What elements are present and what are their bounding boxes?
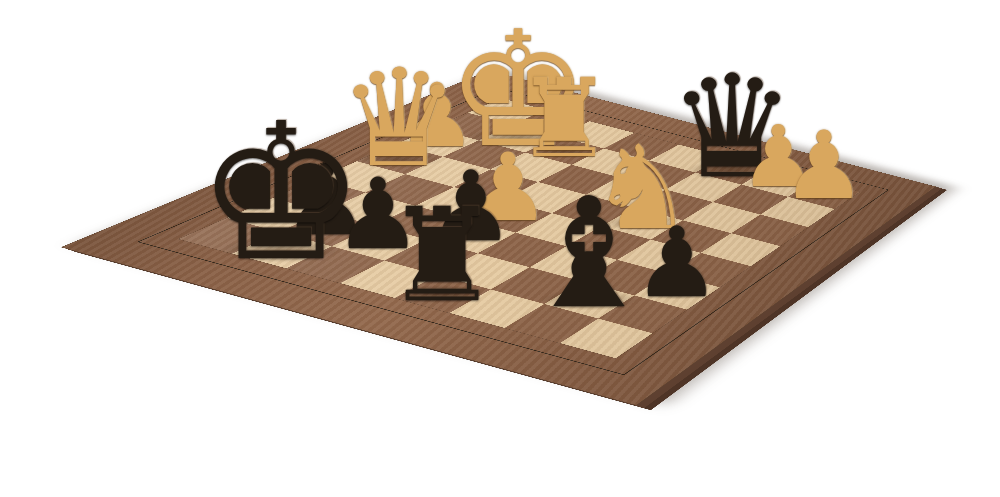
piece-black-bishop-b7[interactable]: ♝ [521, 178, 657, 330]
piece-white-pawn-a1[interactable]: ♟ [782, 119, 866, 213]
product-photo-canvas: ♚♟♟♟♟♜♞♝♟♛♟♟♛♟♚♜ [0, 0, 1000, 497]
piece-black-rook-d8[interactable]: ♜ [384, 191, 500, 320]
piece-black-king-g8[interactable]: ♚ [196, 99, 365, 288]
